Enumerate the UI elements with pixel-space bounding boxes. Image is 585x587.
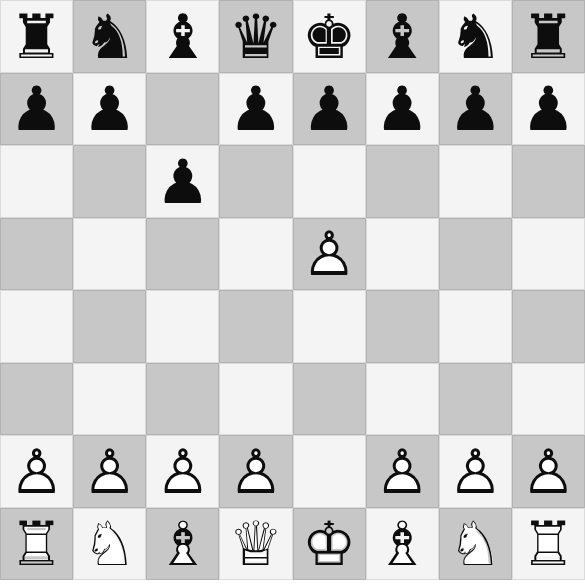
- white-pawn[interactable]: ♟♙: [512, 435, 585, 508]
- piece-outline-glyph: ♗: [366, 508, 439, 581]
- square-d1[interactable]: ♛♕: [219, 508, 292, 581]
- black-pawn[interactable]: ♟: [0, 73, 73, 146]
- piece-outline-glyph: ♙: [293, 218, 366, 291]
- square-f8[interactable]: ♝: [366, 0, 439, 73]
- square-a8[interactable]: ♜: [0, 0, 73, 73]
- square-c7[interactable]: [146, 73, 219, 146]
- black-king[interactable]: ♚: [293, 0, 366, 73]
- piece-outline-glyph: ♖: [512, 508, 585, 581]
- black-rook[interactable]: ♜: [512, 0, 585, 73]
- square-h2[interactable]: ♟♙: [512, 435, 585, 508]
- square-f4[interactable]: [366, 290, 439, 363]
- square-c4[interactable]: [146, 290, 219, 363]
- black-pawn[interactable]: ♟: [512, 73, 585, 146]
- piece-outline-glyph: ♙: [146, 435, 219, 508]
- white-pawn[interactable]: ♟♙: [293, 218, 366, 291]
- square-g1[interactable]: ♞♘: [439, 508, 512, 581]
- square-h4[interactable]: [512, 290, 585, 363]
- square-b5[interactable]: [73, 218, 146, 291]
- square-g8[interactable]: ♞: [439, 0, 512, 73]
- square-d5[interactable]: [219, 218, 292, 291]
- piece-outline-glyph: ♔: [293, 508, 366, 581]
- square-c8[interactable]: ♝: [146, 0, 219, 73]
- square-b2[interactable]: ♟♙: [73, 435, 146, 508]
- piece-outline-glyph: ♘: [439, 508, 512, 581]
- white-queen[interactable]: ♛♕: [219, 508, 292, 581]
- square-b6[interactable]: [73, 145, 146, 218]
- square-e2[interactable]: [293, 435, 366, 508]
- square-a3[interactable]: [0, 363, 73, 436]
- square-h8[interactable]: ♜: [512, 0, 585, 73]
- black-rook[interactable]: ♜: [0, 0, 73, 73]
- square-c5[interactable]: [146, 218, 219, 291]
- square-b8[interactable]: ♞: [73, 0, 146, 73]
- bottom-margin: [0, 580, 585, 587]
- piece-outline-glyph: ♙: [219, 435, 292, 508]
- square-b1[interactable]: ♞♘: [73, 508, 146, 581]
- piece-outline-glyph: ♙: [366, 435, 439, 508]
- square-f7[interactable]: ♟: [366, 73, 439, 146]
- white-pawn[interactable]: ♟♙: [439, 435, 512, 508]
- piece-outline-glyph: ♘: [73, 508, 146, 581]
- black-pawn[interactable]: ♟: [439, 73, 512, 146]
- square-a5[interactable]: [0, 218, 73, 291]
- piece-outline-glyph: ♖: [0, 508, 73, 581]
- square-g4[interactable]: [439, 290, 512, 363]
- white-pawn[interactable]: ♟♙: [0, 435, 73, 508]
- piece-outline-glyph: ♗: [146, 508, 219, 581]
- square-h7[interactable]: ♟: [512, 73, 585, 146]
- square-d4[interactable]: [219, 290, 292, 363]
- square-c3[interactable]: [146, 363, 219, 436]
- white-pawn[interactable]: ♟♙: [366, 435, 439, 508]
- square-a2[interactable]: ♟♙: [0, 435, 73, 508]
- square-h6[interactable]: [512, 145, 585, 218]
- square-e4[interactable]: [293, 290, 366, 363]
- square-d3[interactable]: [219, 363, 292, 436]
- square-c1[interactable]: ♝♗: [146, 508, 219, 581]
- square-b7[interactable]: ♟: [73, 73, 146, 146]
- square-h5[interactable]: [512, 218, 585, 291]
- black-bishop[interactable]: ♝: [146, 0, 219, 73]
- black-bishop[interactable]: ♝: [366, 0, 439, 73]
- black-pawn[interactable]: ♟: [219, 73, 292, 146]
- square-g2[interactable]: ♟♙: [439, 435, 512, 508]
- square-e5[interactable]: ♟♙: [293, 218, 366, 291]
- black-pawn[interactable]: ♟: [366, 73, 439, 146]
- square-d2[interactable]: ♟♙: [219, 435, 292, 508]
- piece-outline-glyph: ♙: [439, 435, 512, 508]
- black-pawn[interactable]: ♟: [73, 73, 146, 146]
- square-d6[interactable]: [219, 145, 292, 218]
- black-knight[interactable]: ♞: [439, 0, 512, 73]
- square-h1[interactable]: ♜♖: [512, 508, 585, 581]
- square-h3[interactable]: [512, 363, 585, 436]
- white-knight[interactable]: ♞♘: [439, 508, 512, 581]
- square-a4[interactable]: [0, 290, 73, 363]
- white-king[interactable]: ♚♔: [293, 508, 366, 581]
- chessboard: ♜♞♝♛♚♝♞♜♟♟♟♟♟♟♟♟♟♙♟♙♟♙♟♙♟♙♟♙♟♙♟♙♜♖♞♘♝♗♛♕…: [0, 0, 585, 580]
- white-knight[interactable]: ♞♘: [73, 508, 146, 581]
- square-g6[interactable]: [439, 145, 512, 218]
- square-e1[interactable]: ♚♔: [293, 508, 366, 581]
- square-f1[interactable]: ♝♗: [366, 508, 439, 581]
- square-f2[interactable]: ♟♙: [366, 435, 439, 508]
- square-e8[interactable]: ♚: [293, 0, 366, 73]
- square-b4[interactable]: [73, 290, 146, 363]
- square-d7[interactable]: ♟: [219, 73, 292, 146]
- square-e6[interactable]: [293, 145, 366, 218]
- square-a6[interactable]: [0, 145, 73, 218]
- square-f3[interactable]: [366, 363, 439, 436]
- square-f6[interactable]: [366, 145, 439, 218]
- piece-outline-glyph: ♙: [512, 435, 585, 508]
- black-queen[interactable]: ♛: [219, 0, 292, 73]
- white-bishop[interactable]: ♝♗: [146, 508, 219, 581]
- square-c2[interactable]: ♟♙: [146, 435, 219, 508]
- white-bishop[interactable]: ♝♗: [366, 508, 439, 581]
- white-pawn[interactable]: ♟♙: [146, 435, 219, 508]
- piece-outline-glyph: ♙: [0, 435, 73, 508]
- square-g5[interactable]: [439, 218, 512, 291]
- square-e7[interactable]: ♟: [293, 73, 366, 146]
- white-pawn[interactable]: ♟♙: [73, 435, 146, 508]
- white-rook[interactable]: ♜♖: [0, 508, 73, 581]
- piece-outline-glyph: ♙: [73, 435, 146, 508]
- square-g7[interactable]: ♟: [439, 73, 512, 146]
- square-g3[interactable]: [439, 363, 512, 436]
- black-pawn[interactable]: ♟: [146, 145, 219, 218]
- white-rook[interactable]: ♜♖: [512, 508, 585, 581]
- square-b3[interactable]: [73, 363, 146, 436]
- black-knight[interactable]: ♞: [73, 0, 146, 73]
- black-pawn[interactable]: ♟: [293, 73, 366, 146]
- square-d8[interactable]: ♛: [219, 0, 292, 73]
- square-a7[interactable]: ♟: [0, 73, 73, 146]
- square-c6[interactable]: ♟: [146, 145, 219, 218]
- square-a1[interactable]: ♜♖: [0, 508, 73, 581]
- page: ♜♞♝♛♚♝♞♜♟♟♟♟♟♟♟♟♟♙♟♙♟♙♟♙♟♙♟♙♟♙♟♙♜♖♞♘♝♗♛♕…: [0, 0, 585, 587]
- piece-outline-glyph: ♕: [219, 508, 292, 581]
- square-e3[interactable]: [293, 363, 366, 436]
- square-f5[interactable]: [366, 218, 439, 291]
- white-pawn[interactable]: ♟♙: [219, 435, 292, 508]
